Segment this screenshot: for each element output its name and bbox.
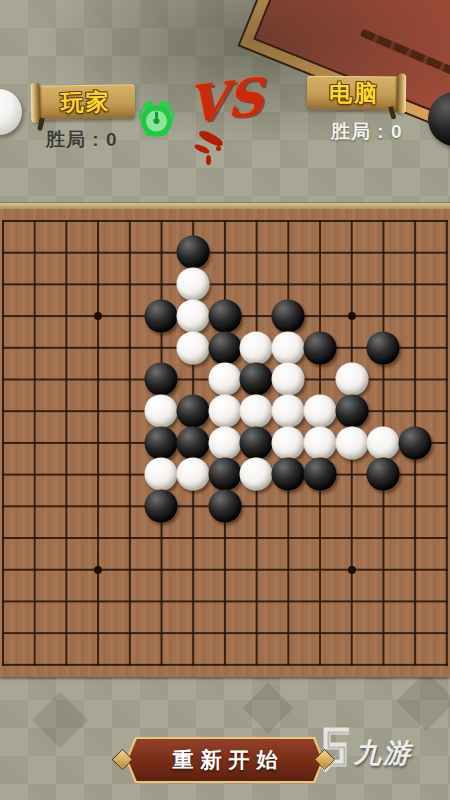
- stone-black: ●: [399, 426, 432, 459]
- computer-name-banner: 电脑: [307, 76, 401, 111]
- gomoku-board[interactable]: ●○●○●●○●○○●●●○●○○○●○○○○●●●○●○○○○●○○●○●●●…: [0, 203, 450, 677]
- stone-white: ○: [240, 458, 273, 491]
- stone-black: ●: [240, 426, 273, 459]
- stone-white: ○: [208, 363, 241, 396]
- star-point: [348, 312, 356, 320]
- stone-white: ○: [177, 331, 210, 364]
- timer-clock-icon: [138, 98, 175, 139]
- stone-white: ○: [367, 426, 400, 459]
- banner-tail: [37, 117, 45, 131]
- star-point: [94, 566, 102, 574]
- star-point: [94, 312, 102, 320]
- vs-paint-drip: [206, 155, 211, 165]
- computer-name-label: 电脑: [329, 77, 379, 108]
- stone-black: ●: [177, 395, 210, 428]
- stone-black: ●: [303, 458, 336, 491]
- stone-black: ●: [367, 331, 400, 364]
- stone-black: ●: [145, 426, 178, 459]
- decorative-white-stone: [0, 89, 22, 135]
- stone-black: ●: [272, 299, 305, 332]
- restart-button[interactable]: 重新开始: [126, 737, 324, 783]
- stone-black: ●: [145, 299, 178, 332]
- tile-patch: [243, 683, 294, 734]
- stone-black: ●: [335, 395, 368, 428]
- player-score-label: 胜局 : 0: [46, 127, 117, 153]
- stone-white: ○: [177, 299, 210, 332]
- stone-black: ●: [177, 426, 210, 459]
- tile-patch: [396, 671, 450, 730]
- restart-button-face: 重新开始: [128, 739, 322, 781]
- stone-white: ○: [272, 331, 305, 364]
- vs-paint-drip: [193, 143, 210, 155]
- stone-black: ●: [272, 458, 305, 491]
- vs-graphic: VS: [186, 76, 274, 168]
- stone-black: ●: [145, 490, 178, 523]
- stone-white: ○: [240, 395, 273, 428]
- restart-button-label: 重新开始: [166, 746, 285, 774]
- stone-white: ○: [208, 395, 241, 428]
- vs-paint-drip: [216, 146, 221, 151]
- stone-white: ○: [177, 458, 210, 491]
- tile-patch: [32, 692, 89, 749]
- player-name-banner: 玩家: [36, 84, 136, 120]
- stone-white: ○: [303, 426, 336, 459]
- stone-white: ○: [272, 426, 305, 459]
- stone-white: ○: [303, 395, 336, 428]
- stone-black: ●: [208, 299, 241, 332]
- stone-white: ○: [177, 268, 210, 301]
- game-screen: 玩家 胜局 : 0 VS 电脑 胜局 : 0 ●○●○●●○●○○●●●○●○○…: [0, 0, 450, 800]
- stone-white: ○: [335, 426, 368, 459]
- stone-white: ○: [145, 395, 178, 428]
- stone-black: ●: [208, 490, 241, 523]
- stone-black: ●: [177, 236, 210, 269]
- stone-black: ●: [208, 331, 241, 364]
- stone-white: ○: [208, 426, 241, 459]
- star-point: [348, 566, 356, 574]
- computer-score-label: 胜局 : 0: [331, 119, 402, 145]
- stone-white: ○: [145, 458, 178, 491]
- stone-black: ●: [303, 331, 336, 364]
- stone-white: ○: [240, 331, 273, 364]
- stone-black: ●: [240, 363, 273, 396]
- banner-tail: [388, 106, 396, 120]
- jiuyou-brand-logo: 九游: [320, 724, 430, 776]
- vs-label: VS: [187, 71, 263, 130]
- jiuyou-brand-text: 九游: [354, 735, 412, 771]
- stone-white: ○: [272, 395, 305, 428]
- stone-black: ●: [145, 363, 178, 396]
- stone-black: ●: [367, 458, 400, 491]
- stone-black: ●: [208, 458, 241, 491]
- stone-white: ○: [335, 363, 368, 396]
- player-name-label: 玩家: [60, 86, 111, 118]
- stone-white: ○: [272, 363, 305, 396]
